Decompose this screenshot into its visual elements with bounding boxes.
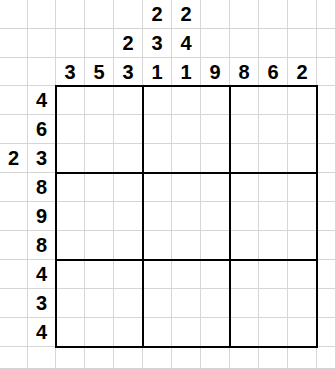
sheet-cell xyxy=(288,0,317,29)
board-cell[interactable] xyxy=(143,115,172,144)
sheet-cell xyxy=(288,29,317,58)
sheet-cell xyxy=(317,231,336,260)
board-cell[interactable] xyxy=(114,115,143,144)
board-cell[interactable] xyxy=(172,115,201,144)
board-cell[interactable] xyxy=(56,86,85,115)
sheet-cell xyxy=(114,0,143,29)
board-cell[interactable] xyxy=(85,318,114,347)
board-cell[interactable] xyxy=(114,231,143,260)
sheet-cell xyxy=(0,173,28,202)
column-clue: 8 xyxy=(230,58,259,86)
sheet-cell xyxy=(0,347,28,369)
board-cell[interactable] xyxy=(259,260,288,289)
board-cell[interactable] xyxy=(172,289,201,318)
board-cell[interactable] xyxy=(143,173,172,202)
board-cell[interactable] xyxy=(259,318,288,347)
board-cell[interactable] xyxy=(201,231,230,260)
board-cell[interactable] xyxy=(259,231,288,260)
column-clue: 2 xyxy=(143,0,172,29)
board-cell[interactable] xyxy=(259,202,288,231)
board-cell[interactable] xyxy=(172,231,201,260)
sheet-cell xyxy=(56,347,85,369)
board-cell[interactable] xyxy=(201,202,230,231)
board-cell[interactable] xyxy=(230,144,259,173)
sheet-cell xyxy=(259,0,288,29)
sheet-cell xyxy=(259,29,288,58)
sheet-cell xyxy=(317,144,336,173)
sheet-cell xyxy=(28,29,56,58)
row-clue: 4 xyxy=(28,318,56,347)
board-cell[interactable] xyxy=(172,260,201,289)
board-cell[interactable] xyxy=(172,318,201,347)
sheet-cell xyxy=(0,58,28,86)
board-cell[interactable] xyxy=(230,202,259,231)
column-clue: 9 xyxy=(201,58,230,86)
sheet-cell xyxy=(317,0,336,29)
row-clue: 6 xyxy=(28,115,56,144)
board-cell[interactable] xyxy=(230,231,259,260)
sheet-cell xyxy=(28,347,56,369)
column-clue: 4 xyxy=(172,29,201,58)
board-cell[interactable] xyxy=(114,173,143,202)
sheet-cell xyxy=(56,0,85,29)
board-cell[interactable] xyxy=(288,231,317,260)
board-cell[interactable] xyxy=(201,260,230,289)
board-cell[interactable] xyxy=(259,289,288,318)
row-clue: 2 xyxy=(0,144,28,173)
board-cell[interactable] xyxy=(259,173,288,202)
board-cell[interactable] xyxy=(85,260,114,289)
sheet-cell xyxy=(317,289,336,318)
board-cell[interactable] xyxy=(259,86,288,115)
board-cell[interactable] xyxy=(288,144,317,173)
row-clue: 4 xyxy=(28,260,56,289)
sheet-cell xyxy=(201,347,230,369)
board-cell[interactable] xyxy=(56,260,85,289)
sheet-cell xyxy=(56,29,85,58)
board-cell[interactable] xyxy=(288,260,317,289)
board-cell[interactable] xyxy=(230,318,259,347)
sheet-cell xyxy=(0,86,28,115)
board-cell[interactable] xyxy=(288,202,317,231)
board-cell[interactable] xyxy=(114,289,143,318)
sheet-cell xyxy=(114,347,143,369)
board-cells xyxy=(56,86,317,347)
board-cell[interactable] xyxy=(230,260,259,289)
sheet-cell xyxy=(28,0,56,29)
board-cell[interactable] xyxy=(56,289,85,318)
column-clue: 3 xyxy=(56,58,85,86)
board-cell[interactable] xyxy=(259,144,288,173)
board-cell[interactable] xyxy=(259,115,288,144)
column-clue: 1 xyxy=(172,58,201,86)
board-cell[interactable] xyxy=(114,318,143,347)
row-clue: 3 xyxy=(28,289,56,318)
board-cell[interactable] xyxy=(230,86,259,115)
sheet-cell xyxy=(0,231,28,260)
board-cell[interactable] xyxy=(172,144,201,173)
board-cell[interactable] xyxy=(172,86,201,115)
sheet-cell xyxy=(85,29,114,58)
board-cell[interactable] xyxy=(143,144,172,173)
board-cell[interactable] xyxy=(201,289,230,318)
puzzle-board xyxy=(56,86,317,347)
sheet-cell xyxy=(201,29,230,58)
sheet-cell xyxy=(0,202,28,231)
column-clue: 2 xyxy=(288,58,317,86)
board-cell[interactable] xyxy=(114,86,143,115)
board-cell[interactable] xyxy=(288,173,317,202)
board-cell[interactable] xyxy=(288,289,317,318)
board-cell[interactable] xyxy=(201,144,230,173)
sheet-cell xyxy=(259,347,288,369)
board-cell[interactable] xyxy=(56,115,85,144)
board-cell[interactable] xyxy=(85,144,114,173)
row-clue: 9 xyxy=(28,202,56,231)
board-cell[interactable] xyxy=(143,202,172,231)
board-cell[interactable] xyxy=(143,231,172,260)
board-cell[interactable] xyxy=(85,173,114,202)
sheet-cell xyxy=(317,202,336,231)
sheet-cell xyxy=(0,318,28,347)
column-clue: 2 xyxy=(114,29,143,58)
sheet-cell xyxy=(230,347,259,369)
board-cell[interactable] xyxy=(114,144,143,173)
board-cell[interactable] xyxy=(143,260,172,289)
sheet-cell xyxy=(317,115,336,144)
sheet-cell xyxy=(317,347,336,369)
board-cell[interactable] xyxy=(143,289,172,318)
board-cell[interactable] xyxy=(201,115,230,144)
board-cell[interactable] xyxy=(85,86,114,115)
sheet-cell xyxy=(317,29,336,58)
board-cell[interactable] xyxy=(56,144,85,173)
sheet-cell xyxy=(0,115,28,144)
column-clue: 3 xyxy=(143,29,172,58)
sheet-cell xyxy=(85,347,114,369)
board-cell[interactable] xyxy=(56,173,85,202)
nonogram-page: 222343531198624623898434 xyxy=(0,0,336,369)
board-cell[interactable] xyxy=(172,173,201,202)
board-cell[interactable] xyxy=(85,231,114,260)
board-cell[interactable] xyxy=(288,115,317,144)
sheet-cell xyxy=(317,86,336,115)
sheet-cell xyxy=(317,173,336,202)
board-cell[interactable] xyxy=(172,202,201,231)
sheet-cell xyxy=(85,0,114,29)
sheet-cell xyxy=(230,29,259,58)
sheet-cell xyxy=(143,347,172,369)
row-clue: 4 xyxy=(28,86,56,115)
sheet-cell xyxy=(0,289,28,318)
sheet-cell xyxy=(172,347,201,369)
board-cell[interactable] xyxy=(143,86,172,115)
sheet-cell xyxy=(317,318,336,347)
column-clue: 3 xyxy=(114,58,143,86)
board-cell[interactable] xyxy=(230,115,259,144)
board-cell[interactable] xyxy=(56,318,85,347)
board-cell[interactable] xyxy=(288,86,317,115)
sheet-cell xyxy=(0,29,28,58)
row-clue: 3 xyxy=(28,144,56,173)
sheet-cell xyxy=(317,260,336,289)
board-cell[interactable] xyxy=(201,86,230,115)
row-clue: 8 xyxy=(28,231,56,260)
board-cell[interactable] xyxy=(230,173,259,202)
column-clue: 5 xyxy=(85,58,114,86)
board-cell[interactable] xyxy=(114,260,143,289)
column-clue: 2 xyxy=(172,0,201,29)
board-cell[interactable] xyxy=(85,115,114,144)
board-cell[interactable] xyxy=(230,289,259,318)
board-cell[interactable] xyxy=(114,202,143,231)
board-cell[interactable] xyxy=(201,173,230,202)
board-cell[interactable] xyxy=(56,202,85,231)
sheet-cell xyxy=(288,347,317,369)
column-clue: 1 xyxy=(143,58,172,86)
board-cell[interactable] xyxy=(143,318,172,347)
column-clue: 6 xyxy=(259,58,288,86)
board-cell[interactable] xyxy=(201,318,230,347)
sheet-cell xyxy=(317,58,336,86)
board-cell[interactable] xyxy=(85,202,114,231)
board-cell[interactable] xyxy=(288,318,317,347)
sheet-cell xyxy=(0,0,28,29)
row-clue: 8 xyxy=(28,173,56,202)
sheet-cell xyxy=(28,58,56,86)
sheet-cell xyxy=(0,260,28,289)
sheet-cell xyxy=(230,0,259,29)
sheet-cell xyxy=(201,0,230,29)
board-cell[interactable] xyxy=(85,289,114,318)
board-cell[interactable] xyxy=(56,231,85,260)
